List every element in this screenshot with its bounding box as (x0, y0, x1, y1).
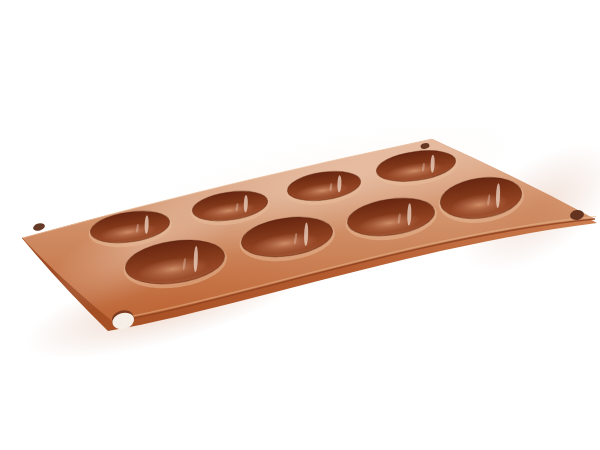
photo-canvas (0, 0, 600, 450)
silicone-mold-photo (0, 0, 600, 450)
